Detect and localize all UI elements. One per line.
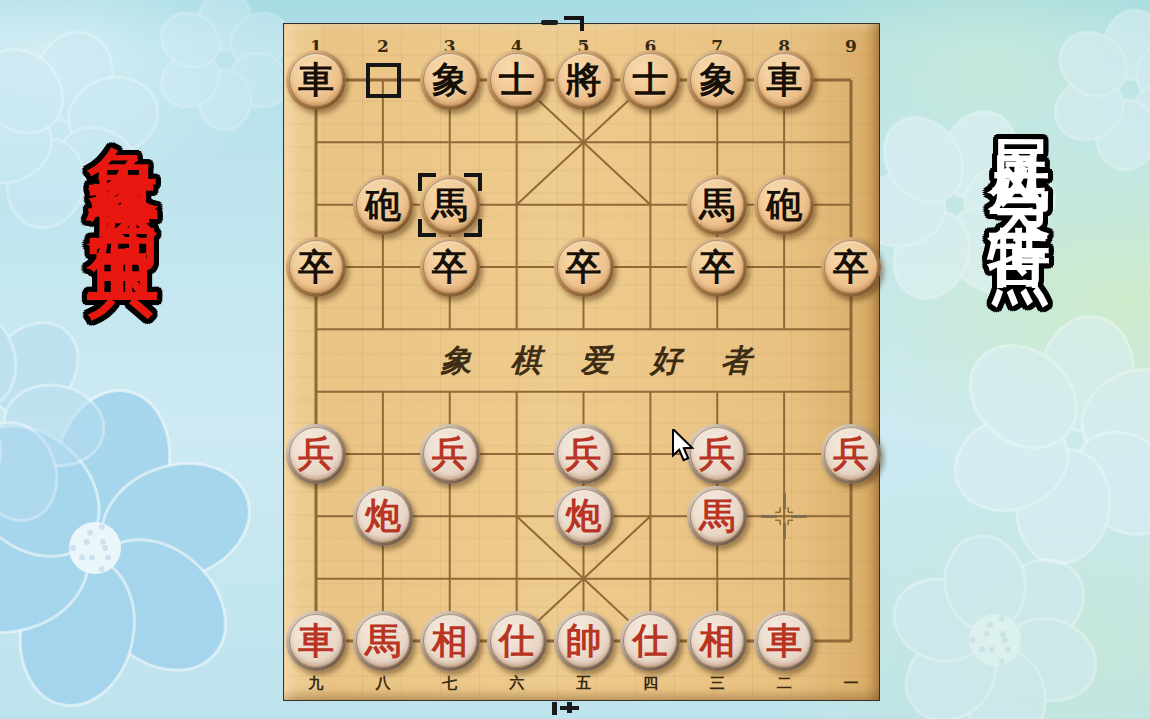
piece-black-advisor[interactable]: 士 [487, 50, 547, 110]
piece-glyph: 士 [623, 53, 677, 107]
river-inscription: 象棋爱好者 [441, 340, 791, 382]
piece-red-cannon[interactable]: 炮 [353, 486, 413, 546]
piece-red-advisor[interactable]: 仕 [487, 611, 547, 671]
bottom-coord-3: 七 [442, 674, 457, 693]
bottom-coord-9: 一 [844, 674, 859, 693]
piece-black-soldier[interactable]: 卒 [687, 237, 747, 297]
piece-glyph: 相 [423, 614, 477, 668]
piece-glyph: 卒 [824, 240, 878, 294]
bottom-coord-1: 九 [309, 674, 324, 693]
bottom-coord-6: 四 [643, 674, 658, 693]
bottom-coord-4: 六 [509, 674, 524, 693]
piece-black-cannon[interactable]: 砲 [353, 175, 413, 235]
piece-black-soldier[interactable]: 卒 [554, 237, 614, 297]
xiangqi-board[interactable]: 123456789 九八七六五四三二一 象棋爱好者 車象士將士象車砲馬馬砲卒卒卒… [283, 23, 880, 701]
piece-glyph: 馬 [356, 614, 410, 668]
top-coord-9: 9 [845, 36, 857, 56]
piece-red-soldier[interactable]: 兵 [554, 424, 614, 484]
piece-glyph: 相 [690, 614, 744, 668]
piece-red-general[interactable]: 帥 [554, 611, 614, 671]
piece-glyph: 帥 [557, 614, 611, 668]
piece-red-chariot[interactable]: 車 [286, 611, 346, 671]
video-frame: 象棋开局宝典 屏风马三个特点 123456789 九八七六五四三二一 象棋爱好者… [0, 0, 1150, 719]
top-coord-2: 2 [377, 36, 389, 56]
piece-glyph: 仕 [623, 614, 677, 668]
bottom-coord-5: 五 [576, 674, 591, 693]
piece-glyph: 車 [757, 53, 811, 107]
top-edge-artifact [541, 20, 558, 25]
piece-glyph: 卒 [289, 240, 343, 294]
piece-red-cannon[interactable]: 炮 [554, 486, 614, 546]
piece-red-elephant[interactable]: 相 [420, 611, 480, 671]
piece-glyph: 車 [289, 53, 343, 107]
piece-glyph: 車 [757, 614, 811, 668]
piece-glyph: 砲 [757, 178, 811, 232]
piece-glyph: 將 [557, 53, 611, 107]
piece-glyph: 車 [289, 614, 343, 668]
left-title-banner: 象棋开局宝典 [88, 88, 160, 208]
piece-glyph: 卒 [557, 240, 611, 294]
piece-glyph: 卒 [423, 240, 477, 294]
piece-glyph: 馬 [690, 178, 744, 232]
bottom-coord-8: 二 [777, 674, 792, 693]
piece-red-soldier[interactable]: 兵 [821, 424, 881, 484]
right-title-banner: 屏风马三个特点 [988, 90, 1050, 209]
bottom-coord-2: 八 [375, 674, 390, 693]
piece-black-elephant[interactable]: 象 [420, 50, 480, 110]
piece-glyph: 兵 [423, 427, 477, 481]
piece-black-horse[interactable]: 馬 [687, 175, 747, 235]
piece-black-elephant[interactable]: 象 [687, 50, 747, 110]
piece-glyph: 象 [423, 53, 477, 107]
crosshair-marker [761, 493, 807, 539]
mouse-cursor [671, 429, 697, 463]
piece-red-advisor[interactable]: 仕 [620, 611, 680, 671]
piece-glyph: 兵 [289, 427, 343, 481]
piece-red-horse[interactable]: 馬 [353, 611, 413, 671]
piece-red-soldier[interactable]: 兵 [420, 424, 480, 484]
bottom-coord-7: 三 [710, 674, 725, 693]
piece-red-chariot[interactable]: 車 [754, 611, 814, 671]
piece-glyph: 士 [490, 53, 544, 107]
selected-piece-brackets [418, 173, 482, 237]
piece-glyph: 象 [690, 53, 744, 107]
piece-black-soldier[interactable]: 卒 [286, 237, 346, 297]
bottom-edge-artifact [552, 702, 557, 715]
piece-black-chariot[interactable]: 車 [286, 50, 346, 110]
piece-black-soldier[interactable]: 卒 [821, 237, 881, 297]
piece-glyph: 兵 [824, 427, 878, 481]
piece-glyph: 仕 [490, 614, 544, 668]
piece-black-advisor[interactable]: 士 [620, 50, 680, 110]
piece-black-cannon[interactable]: 砲 [754, 175, 814, 235]
piece-glyph: 卒 [690, 240, 744, 294]
piece-black-soldier[interactable]: 卒 [420, 237, 480, 297]
piece-glyph: 兵 [690, 427, 744, 481]
piece-glyph: 炮 [356, 489, 410, 543]
piece-black-general[interactable]: 將 [554, 50, 614, 110]
last-move-origin-marker [366, 63, 401, 98]
piece-red-elephant[interactable]: 相 [687, 611, 747, 671]
piece-red-soldier[interactable]: 兵 [286, 424, 346, 484]
piece-glyph: 炮 [557, 489, 611, 543]
piece-glyph: 兵 [557, 427, 611, 481]
top-edge-artifact [564, 16, 584, 31]
piece-black-chariot[interactable]: 車 [754, 50, 814, 110]
piece-glyph: 砲 [356, 178, 410, 232]
bottom-edge-artifact [567, 702, 572, 713]
